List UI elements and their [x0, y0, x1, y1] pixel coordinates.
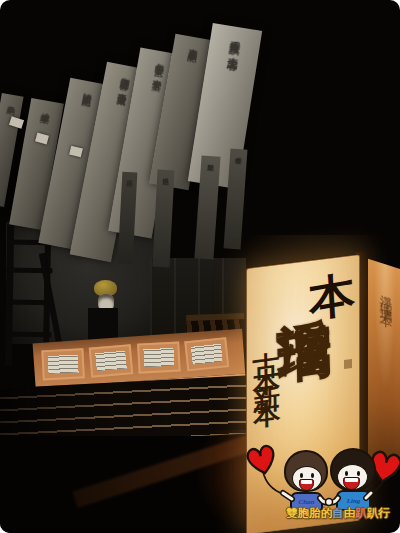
- joined-hands: [326, 499, 333, 506]
- caption-char: 自: [332, 507, 344, 521]
- document-sheet: [46, 352, 81, 376]
- watermark-caption: 雙胞胎的自由趴趴行: [276, 507, 400, 521]
- document-tray: [41, 348, 85, 380]
- document-tray: [89, 344, 133, 378]
- strip-text: 近世風俗: [158, 170, 170, 267]
- caption-char: 的: [321, 507, 333, 521]
- hanging-strip: 近世風俗: [152, 170, 174, 268]
- lantern-side-text: 淨瑠璃本: [377, 284, 394, 314]
- lantern-kanji-books: 古本新本: [247, 328, 284, 397]
- document-tray: [137, 341, 181, 373]
- caption-char: 胎: [309, 507, 321, 521]
- document-sheet: [93, 348, 129, 373]
- document-sheet: [189, 341, 225, 366]
- caption-char: 由: [344, 507, 356, 521]
- document-sheet: [141, 345, 176, 369]
- caption-char: 趴: [355, 507, 367, 521]
- photo-stage: 奉納 繪本集 諸國案内記 御傳記圖會 嘉瑞堂藏 年中行事大全 東雲堂 東都歲事記…: [0, 0, 400, 533]
- caption-char: 趴: [367, 507, 379, 521]
- seal-mark: [344, 359, 352, 369]
- caption-char: 雙: [286, 507, 298, 521]
- document-tray: [184, 337, 229, 371]
- caption-char: 行: [378, 507, 390, 521]
- strip-text: 草雙紙類: [201, 156, 215, 259]
- caption-char: 胞: [298, 507, 310, 521]
- strip-text: 書目: [122, 172, 133, 264]
